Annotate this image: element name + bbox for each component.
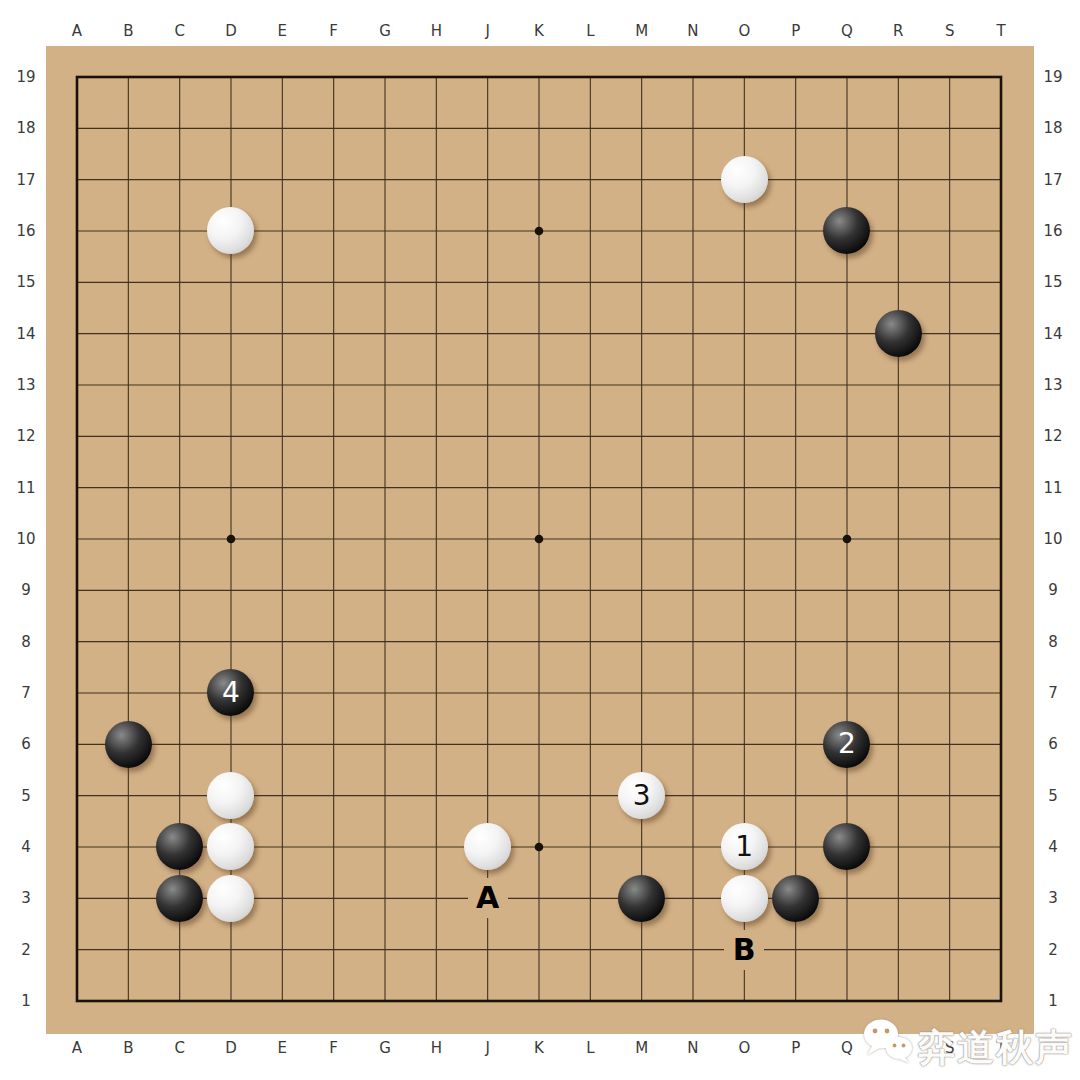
coord-bottom-M: M [635, 1041, 648, 1056]
coord-left-1: 1 [21, 993, 31, 1008]
watermark-text: 弈道秋声 [918, 1029, 1074, 1066]
stone-black-Q16 [823, 207, 870, 254]
coord-right-1: 1 [1048, 993, 1058, 1008]
coord-bottom-A: A [72, 1041, 82, 1056]
coord-top-G: G [379, 24, 391, 39]
stones-layer: 4231AB [51, 51, 1026, 1026]
coord-top-N: N [687, 24, 698, 39]
stone-black-C4 [156, 823, 203, 870]
coord-left-7: 7 [21, 685, 31, 700]
coord-top-R: R [893, 24, 903, 39]
coord-right-8: 8 [1048, 634, 1058, 649]
go-board: 4231AB [46, 46, 1034, 1034]
coord-left-13: 13 [16, 377, 35, 392]
stone-black-D7: 4 [207, 669, 254, 716]
coord-top-Q: Q [841, 24, 853, 39]
coord-left-9: 9 [21, 583, 31, 598]
coord-top-S: S [945, 24, 955, 39]
stone-white-O4: 1 [721, 823, 768, 870]
move-number-3: 3 [633, 782, 651, 810]
coord-right-16: 16 [1043, 223, 1062, 238]
coord-right-4: 4 [1048, 839, 1058, 854]
coord-bottom-F: F [329, 1041, 338, 1056]
wechat-icon [861, 1018, 913, 1064]
coord-right-15: 15 [1043, 275, 1062, 290]
coord-left-3: 3 [21, 891, 31, 906]
coord-right-17: 17 [1043, 172, 1062, 187]
stone-black-R14 [875, 310, 922, 357]
coord-bottom-N: N [687, 1041, 698, 1056]
stone-white-O17 [721, 156, 768, 203]
coord-left-15: 15 [16, 275, 35, 290]
stone-white-D4 [207, 823, 254, 870]
go-diagram-page: 4231AB AABBCCDDEEFFGGHHJJKKLLMMNNOOPPQQR… [0, 0, 1080, 1080]
coord-left-5: 5 [21, 788, 31, 803]
stone-black-M3 [618, 875, 665, 922]
coord-bottom-D: D [225, 1041, 237, 1056]
watermark: 弈道秋声 [861, 1018, 1074, 1066]
stone-black-C3 [156, 875, 203, 922]
coord-left-11: 11 [16, 480, 35, 495]
coord-bottom-Q: Q [841, 1041, 853, 1056]
point-label-O2: B [724, 930, 764, 970]
coord-top-J: J [485, 24, 489, 39]
coord-top-L: L [586, 24, 594, 39]
move-number-2: 2 [838, 730, 856, 758]
coord-top-M: M [635, 24, 648, 39]
coord-bottom-K: K [534, 1041, 544, 1056]
coord-left-8: 8 [21, 634, 31, 649]
move-number-4: 4 [222, 679, 240, 707]
coord-right-7: 7 [1048, 685, 1058, 700]
stone-white-D16 [207, 207, 254, 254]
coord-left-18: 18 [16, 121, 35, 136]
point-label-J3: A [468, 878, 508, 918]
coord-bottom-O: O [738, 1041, 750, 1056]
coord-bottom-H: H [431, 1041, 442, 1056]
coord-top-K: K [534, 24, 544, 39]
stone-white-D5 [207, 772, 254, 819]
coord-top-D: D [225, 24, 237, 39]
coord-left-19: 19 [16, 70, 35, 85]
coord-right-3: 3 [1048, 891, 1058, 906]
coord-left-12: 12 [16, 429, 35, 444]
coord-left-10: 10 [16, 531, 35, 546]
coord-left-6: 6 [21, 737, 31, 752]
stone-black-B6 [105, 721, 152, 768]
stone-black-Q4 [823, 823, 870, 870]
coord-right-11: 11 [1043, 480, 1062, 495]
coord-right-14: 14 [1043, 326, 1062, 341]
coord-right-18: 18 [1043, 121, 1062, 136]
coord-left-17: 17 [16, 172, 35, 187]
coord-right-6: 6 [1048, 737, 1058, 752]
coord-bottom-P: P [791, 1041, 800, 1056]
coord-left-2: 2 [21, 942, 31, 957]
coord-right-2: 2 [1048, 942, 1058, 957]
stone-white-O3 [721, 875, 768, 922]
stone-white-J4 [464, 823, 511, 870]
coord-bottom-J: J [485, 1041, 489, 1056]
coord-bottom-L: L [586, 1041, 594, 1056]
coord-bottom-B: B [123, 1041, 133, 1056]
coord-bottom-G: G [379, 1041, 391, 1056]
stone-black-Q6: 2 [823, 721, 870, 768]
coord-right-12: 12 [1043, 429, 1062, 444]
coord-left-14: 14 [16, 326, 35, 341]
coord-top-P: P [791, 24, 800, 39]
coord-bottom-C: C [174, 1041, 184, 1056]
coord-top-H: H [431, 24, 442, 39]
stone-black-P3 [772, 875, 819, 922]
coord-right-9: 9 [1048, 583, 1058, 598]
coord-right-19: 19 [1043, 70, 1062, 85]
stone-white-D3 [207, 875, 254, 922]
coord-right-10: 10 [1043, 531, 1062, 546]
coord-right-5: 5 [1048, 788, 1058, 803]
coord-top-B: B [123, 24, 133, 39]
coord-top-F: F [329, 24, 338, 39]
coord-left-16: 16 [16, 223, 35, 238]
coord-right-13: 13 [1043, 377, 1062, 392]
coord-bottom-E: E [278, 1041, 287, 1056]
coord-top-E: E [278, 24, 287, 39]
coord-left-4: 4 [21, 839, 31, 854]
move-number-1: 1 [735, 833, 753, 861]
coord-top-T: T [996, 24, 1005, 39]
stone-white-M5: 3 [618, 772, 665, 819]
coord-top-A: A [72, 24, 82, 39]
coord-top-C: C [174, 24, 184, 39]
coord-top-O: O [738, 24, 750, 39]
